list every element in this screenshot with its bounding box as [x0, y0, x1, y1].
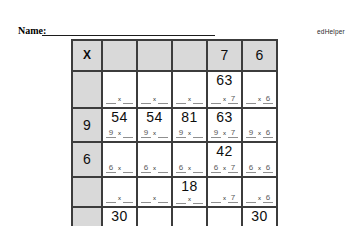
product-value: 81	[181, 110, 198, 125]
factor-slot-empty[interactable]	[246, 193, 256, 203]
factor-expression: 6x	[106, 163, 133, 173]
factor-slot-empty[interactable]	[176, 194, 186, 204]
factor-slot-empty[interactable]	[193, 94, 203, 104]
factor-expression: x6	[246, 193, 273, 203]
factor-expression: x	[176, 194, 203, 204]
factor-expression: x7	[211, 94, 238, 104]
factor-slot-filled: 6	[176, 163, 186, 173]
factor-expression: x	[141, 94, 168, 104]
product-value: 30	[251, 209, 268, 224]
factor-slot-empty[interactable]	[141, 94, 151, 104]
product-cell-r4c5: x6	[243, 178, 276, 206]
times-sign: x	[223, 130, 226, 138]
factor-expression: x	[176, 94, 203, 104]
factor-slot-empty[interactable]	[246, 94, 256, 104]
factor-expression: x	[106, 94, 133, 104]
factor-slot-filled: 7	[228, 128, 238, 138]
times-sign: x	[118, 195, 121, 203]
factor-slot-filled: 9	[106, 128, 116, 138]
times-sign: x	[223, 96, 226, 104]
factor-slot-filled: 6	[141, 163, 151, 173]
factor-expression: 9x	[176, 128, 203, 138]
product-value: 30	[111, 209, 128, 224]
times-sign: x	[223, 165, 226, 173]
factor-slot-filled: 6	[106, 163, 116, 173]
product-value: 42	[216, 144, 233, 159]
times-sign: x	[188, 130, 191, 138]
factor-slot-filled: 9	[246, 128, 256, 138]
col-header-value: 6	[256, 48, 264, 63]
col-header-2	[138, 41, 171, 70]
product-cell-r1c5: x6	[243, 72, 276, 107]
factor-slot-empty[interactable]	[123, 163, 133, 173]
times-sign: x	[188, 96, 191, 104]
product-value: 54	[146, 110, 163, 125]
row-header-2: 9	[73, 109, 101, 141]
factor-slot-filled: 9	[211, 128, 221, 138]
factor-slot-filled: 9	[141, 128, 151, 138]
factor-slot-empty[interactable]	[193, 128, 203, 138]
product-cell-r4c2: x	[138, 178, 171, 206]
times-sign: x	[118, 165, 121, 173]
product-value: 63	[216, 73, 233, 88]
product-cell-r3c5: 6x6	[243, 143, 276, 176]
col-header-5: 6	[243, 41, 276, 70]
factor-slot-empty[interactable]	[193, 194, 203, 204]
product-cell-r3c3: 6x	[173, 143, 206, 176]
times-sign: x	[258, 96, 261, 104]
col-header-1	[103, 41, 136, 70]
product-cell-r4c3: 18 x	[173, 178, 206, 206]
times-sign: x	[118, 130, 121, 138]
factor-slot-filled: 6	[246, 163, 256, 173]
times-sign: x	[153, 96, 156, 104]
times-sign: x	[153, 130, 156, 138]
factor-expression: x7	[211, 193, 238, 203]
product-cell-r4c1: x	[103, 178, 136, 206]
operator-cell: X	[73, 41, 101, 70]
factor-slot-filled: 6	[211, 163, 221, 173]
col-header-4: 7	[208, 41, 241, 70]
factor-slot-empty[interactable]	[123, 94, 133, 104]
multiply-sign: X	[83, 48, 91, 63]
factor-expression: 6x	[176, 163, 203, 173]
factor-slot-filled: 7	[228, 193, 238, 203]
product-cell-r5c1: 30 x	[103, 208, 136, 226]
factor-expression: x6	[246, 94, 273, 104]
product-cell-r1c1: x	[103, 72, 136, 107]
product-cell-r2c1: 549x	[103, 109, 136, 141]
factor-expression: 6x6	[246, 163, 273, 173]
row-header-5	[73, 208, 101, 226]
product-cell-r3c1: 6x	[103, 143, 136, 176]
factor-slot-filled: 6	[263, 163, 273, 173]
worksheet-page: Name: edHelper X76 x x x 63 x7 x69549x 5…	[0, 0, 350, 226]
row-header-value: 9	[83, 118, 91, 133]
times-sign: x	[223, 195, 226, 203]
times-sign: x	[258, 195, 261, 203]
product-cell-r1c2: x	[138, 72, 171, 107]
product-cell-r2c4: 639x7	[208, 109, 241, 141]
row-header-3: 6	[73, 143, 101, 176]
factor-expression: x	[106, 193, 133, 203]
col-header-3	[173, 41, 206, 70]
product-cell-r2c2: 549x	[138, 109, 171, 141]
product-cell-r3c2: 6x	[138, 143, 171, 176]
factor-expression: 9x7	[211, 128, 238, 138]
product-cell-r5c2: x	[138, 208, 171, 226]
row-header-4	[73, 178, 101, 206]
factor-slot-empty[interactable]	[176, 94, 186, 104]
product-cell-r3c4: 426x7	[208, 143, 241, 176]
factor-slot-empty[interactable]	[106, 94, 116, 104]
factor-slot-filled: 6	[263, 193, 273, 203]
row-header-1	[73, 72, 101, 107]
factor-expression: 6x	[141, 163, 168, 173]
times-sign: x	[118, 96, 121, 104]
factor-slot-filled: 6	[263, 94, 273, 104]
factor-expression: 9x6	[246, 128, 273, 138]
product-value: 63	[216, 110, 233, 125]
factor-slot-empty[interactable]	[141, 193, 151, 203]
product-cell-r2c5: 9x6	[243, 109, 276, 141]
product-cell-r5c5: 30 x6	[243, 208, 276, 226]
times-sign: x	[258, 165, 261, 173]
factor-expression: 9x	[141, 128, 168, 138]
product-cell-r5c3: x	[173, 208, 206, 226]
factor-expression: 9x	[106, 128, 133, 138]
times-sign: x	[188, 165, 191, 173]
factor-expression: x	[141, 193, 168, 203]
row-header-value: 6	[83, 152, 91, 167]
factor-slot-empty[interactable]	[211, 94, 221, 104]
factor-slot-empty[interactable]	[211, 193, 221, 203]
factor-slot-empty[interactable]	[106, 193, 116, 203]
product-cell-r1c4: 63 x7	[208, 72, 241, 107]
factor-slot-empty[interactable]	[158, 193, 168, 203]
factor-expression: 6x7	[211, 163, 238, 173]
times-sign: x	[258, 130, 261, 138]
times-sign: x	[153, 165, 156, 173]
edhelper-logo: edHelper	[317, 28, 345, 35]
factor-slot-empty[interactable]	[193, 163, 203, 173]
name-blank-line[interactable]	[42, 34, 215, 36]
product-value: 18	[181, 179, 198, 194]
product-cell-r2c3: 819x	[173, 109, 206, 141]
factor-slot-filled: 7	[228, 163, 238, 173]
factor-slot-empty[interactable]	[123, 128, 133, 138]
product-cell-r5c4: x7	[208, 208, 241, 226]
factor-slot-filled: 9	[176, 128, 186, 138]
product-cell-r1c3: x	[173, 72, 206, 107]
factor-slot-filled: 6	[263, 128, 273, 138]
factor-slot-empty[interactable]	[158, 94, 168, 104]
factor-slot-filled: 7	[228, 94, 238, 104]
product-value: 54	[111, 110, 128, 125]
col-header-value: 7	[221, 48, 229, 63]
multiplication-grid: X76 x x x 63 x7 x69549x 549x 819x 639x79…	[71, 39, 278, 226]
product-cell-r4c4: x7	[208, 178, 241, 206]
times-sign: x	[153, 195, 156, 203]
times-sign: x	[188, 196, 191, 204]
factor-slot-empty[interactable]	[158, 128, 168, 138]
factor-slot-empty[interactable]	[158, 163, 168, 173]
factor-slot-empty[interactable]	[123, 193, 133, 203]
